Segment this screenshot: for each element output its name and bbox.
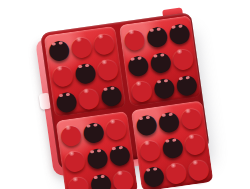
quadrant-bottom-left[interactable]: ● ● ● ● ● ● ● ● ● xyxy=(55,111,138,189)
product-photo-canvas: ● ● ● ● ● ● ● ● ● ● ● ● ● ● ● ● ● ● xyxy=(0,0,250,189)
board-cell[interactable]: ● xyxy=(173,69,199,98)
quadrant-top-right[interactable]: ● ● ● ● ● ● ● ● ● xyxy=(119,15,202,106)
marble: ● xyxy=(98,80,124,109)
marble: ● xyxy=(173,69,199,98)
quadrant-top-left[interactable]: ● ● ● ● ● ● ● ● ● xyxy=(44,26,127,117)
board-cell[interactable]: ● xyxy=(185,154,211,183)
quadrant-bottom-right[interactable]: ● ● ● ● ● ● ● ● ● xyxy=(131,100,214,189)
board-cell[interactable]: ● xyxy=(98,80,124,109)
board-trays: ● ● ● ● ● ● ● ● ● ● ● ● ● ● ● ● ● ● xyxy=(40,12,210,170)
pentago-board: ● ● ● ● ● ● ● ● ● ● ● ● ● ● ● ● ● ● xyxy=(40,12,210,170)
board-cell[interactable]: ● xyxy=(110,165,136,189)
marble: ● xyxy=(110,165,136,189)
marble: ● xyxy=(185,154,211,183)
